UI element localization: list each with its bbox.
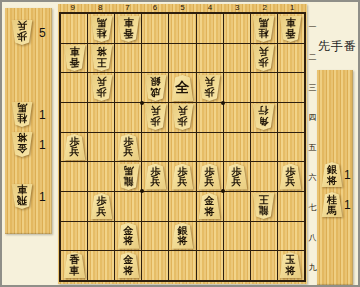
piece-kanji: 兵 — [204, 177, 214, 188]
piece-kanji: 将 — [285, 266, 295, 277]
piece-kanji: 歩 — [17, 31, 27, 42]
shogi-diagram: 歩兵5桂馬1金将1飛車1 987654321 香車桂馬王将歩兵香車龍馬成銀歩兵歩… — [0, 0, 360, 287]
shogi-piece-ginsho[interactable]: 銀将 — [321, 162, 343, 187]
square-54: 歩兵 — [169, 103, 196, 133]
piece-face: 桂馬 — [11, 102, 33, 127]
board-cell[interactable] — [224, 14, 250, 43]
piece-kanji: 兵 — [285, 177, 295, 188]
square-43: 歩兵 — [196, 73, 223, 103]
board-cell[interactable] — [169, 14, 195, 43]
hand-piece-kinsho: 金将 — [11, 132, 33, 157]
piece-kanji: 龍 — [258, 205, 268, 216]
piece-kanji: 王 — [258, 194, 268, 205]
hand-piece-fuhyo: 歩兵 — [11, 20, 33, 45]
board-cell[interactable] — [88, 222, 114, 251]
board-cell[interactable] — [142, 133, 168, 162]
square-27: 龍王 — [250, 191, 277, 221]
square-87: 歩兵 — [88, 191, 115, 221]
board-cell[interactable] — [224, 192, 250, 221]
piece-kanji: 兵 — [231, 177, 241, 188]
board-cell[interactable] — [251, 73, 277, 102]
file-label: 6 — [141, 4, 168, 12]
shogi-piece-fuhyo[interactable]: 歩兵 — [171, 164, 194, 190]
square-11: 香車 — [277, 14, 304, 44]
square-21: 桂馬 — [250, 14, 277, 44]
piece-kanji: 兵 — [204, 76, 214, 87]
piece-kanji: 銀 — [150, 76, 160, 87]
board-cell[interactable] — [61, 222, 87, 251]
sente-hand-tray: 銀将1桂馬1 — [317, 70, 353, 285]
piece-face: 全 — [171, 75, 194, 101]
piece-face: 香車 — [279, 16, 302, 42]
board-cell[interactable] — [224, 103, 250, 132]
piece-kanji: 桂 — [258, 27, 268, 38]
piece-kanji: 兵 — [258, 46, 268, 57]
piece-kanji: 兵 — [96, 76, 106, 87]
square-47: 金将 — [196, 191, 223, 221]
piece-face: 歩兵 — [144, 164, 167, 190]
shogi-piece-narigin[interactable]: 全 — [171, 75, 194, 101]
piece-kanji: 車 — [69, 46, 79, 57]
piece-kanji: 将 — [327, 176, 337, 187]
piece-kanji: 将 — [177, 236, 187, 247]
shogi-piece-keima[interactable]: 桂馬 — [90, 16, 113, 42]
board-cell[interactable] — [61, 162, 87, 191]
square-71: 香車 — [115, 14, 142, 44]
hand-piece-keima: 桂馬 — [11, 102, 33, 127]
piece-kanji: 香 — [285, 27, 295, 38]
shogi-piece-fuhyo[interactable]: 歩兵 — [144, 104, 167, 130]
piece-face: 銀将 — [321, 162, 343, 187]
piece-face: 歩兵 — [63, 134, 86, 160]
square-99: 香車 — [61, 250, 88, 280]
shogi-piece-fuhyo[interactable]: 歩兵 — [252, 45, 275, 71]
board-cell[interactable] — [197, 44, 223, 73]
file-label: 7 — [114, 4, 141, 12]
board-cell[interactable] — [278, 192, 304, 221]
board-cell[interactable] — [224, 251, 250, 280]
board-cell[interactable] — [197, 251, 223, 280]
piece-kanji: 成 — [150, 86, 160, 97]
shogi-piece-kyosha[interactable]: 香車 — [63, 45, 86, 71]
shogi-piece-kinsho[interactable]: 金将 — [11, 132, 33, 157]
board-cell[interactable] — [251, 251, 277, 280]
piece-face: 桂馬 — [90, 16, 113, 42]
board-cell[interactable] — [88, 251, 114, 280]
shogi-piece-ryuma[interactable]: 龍馬 — [117, 164, 140, 190]
hand-count: 1 — [39, 138, 46, 152]
piece-face: 金将 — [198, 193, 221, 219]
piece-kanji: 歩 — [150, 116, 160, 127]
shogi-piece-kyosha[interactable]: 香車 — [279, 16, 302, 42]
piece-kanji: 兵 — [69, 147, 79, 158]
hand-piece-hisha: 飛車 — [11, 184, 33, 209]
piece-face: 歩兵 — [171, 104, 194, 130]
piece-face: 龍馬 — [117, 164, 140, 190]
piece-face: 龍王 — [252, 193, 275, 219]
shogi-piece-fuhyo[interactable]: 歩兵 — [90, 75, 113, 101]
square-53: 全 — [169, 73, 196, 103]
square-16: 歩兵 — [277, 162, 304, 192]
shogi-piece-fuhyo[interactable]: 歩兵 — [171, 104, 194, 130]
board-cell[interactable] — [224, 133, 250, 162]
square-66: 歩兵 — [142, 162, 169, 192]
piece-face: 歩兵 — [225, 164, 248, 190]
piece-face: 歩兵 — [279, 164, 302, 190]
piece-kanji: 馬 — [327, 206, 337, 217]
board-cell[interactable] — [115, 192, 141, 221]
file-labels: 987654321 — [59, 4, 306, 12]
board-cell[interactable] — [278, 133, 304, 162]
shogi-piece-osho[interactable]: 王将 — [90, 45, 113, 71]
board-cell[interactable] — [278, 73, 304, 102]
shogi-piece-ginsho[interactable]: 銀将 — [171, 223, 194, 249]
piece-face: 金将 — [11, 132, 33, 157]
hand-piece-keima: 桂馬 — [321, 192, 343, 217]
board-cell[interactable] — [115, 44, 141, 73]
square-36: 歩兵 — [223, 162, 250, 192]
square-56: 歩兵 — [169, 162, 196, 192]
shogi-piece-fuhyo[interactable]: 歩兵 — [11, 20, 33, 45]
square-19: 玉将 — [277, 250, 304, 280]
turn-indicator: 先手番 — [318, 38, 357, 55]
piece-kanji: 角 — [258, 116, 268, 127]
shogi-piece-keima[interactable]: 桂馬 — [252, 16, 275, 42]
piece-face: 桂馬 — [252, 16, 275, 42]
file-label: 8 — [86, 4, 113, 12]
board-cell[interactable] — [61, 73, 87, 102]
board-cell[interactable] — [88, 103, 114, 132]
piece-face: 玉将 — [279, 252, 302, 278]
board-cell[interactable] — [169, 192, 195, 221]
square-22: 歩兵 — [250, 44, 277, 74]
file-label: 1 — [279, 4, 306, 12]
shogi-piece-narigin[interactable]: 成銀 — [144, 75, 167, 101]
shogi-piece-kakugyo[interactable]: 角行 — [252, 104, 275, 130]
board-cell[interactable] — [61, 192, 87, 221]
shogi-piece-kyosha[interactable]: 香車 — [63, 252, 86, 278]
piece-kanji: 将 — [123, 266, 133, 277]
board-cell[interactable] — [251, 162, 277, 191]
hand-piece-ginsho: 銀将 — [321, 162, 343, 187]
piece-kanji: 馬 — [123, 165, 133, 176]
piece-kanji: 将 — [17, 132, 27, 143]
square-58: 銀将 — [169, 221, 196, 251]
shogi-piece-gyokusho[interactable]: 玉将 — [279, 252, 302, 278]
piece-face: 飛車 — [11, 184, 33, 209]
shogi-piece-fuhyo[interactable]: 歩兵 — [198, 75, 221, 101]
board-cell[interactable] — [224, 222, 250, 251]
shogi-piece-hisha[interactable]: 飛車 — [11, 184, 33, 209]
piece-face: 金将 — [117, 223, 140, 249]
piece-face: 成銀 — [144, 75, 167, 101]
piece-kanji: 馬 — [17, 102, 27, 113]
piece-kanji: 馬 — [96, 17, 106, 28]
square-75: 歩兵 — [115, 132, 142, 162]
hand-count: 5 — [39, 26, 46, 40]
shogi-board: 987654321 香車桂馬王将歩兵香車龍馬成銀歩兵歩兵歩兵桂馬歩兵角行龍王香車… — [58, 4, 307, 284]
board-cell[interactable] — [197, 222, 223, 251]
square-76: 龍馬 — [115, 162, 142, 192]
piece-kanji: 兵 — [96, 207, 106, 218]
board-cell[interactable] — [115, 103, 141, 132]
gote-hand-tray: 歩兵5桂馬1金将1飛車1 — [5, 8, 52, 234]
square-46: 歩兵 — [196, 162, 223, 192]
board-cell[interactable] — [61, 103, 87, 132]
hand-count: 1 — [39, 108, 46, 122]
board-cell[interactable] — [197, 103, 223, 132]
shogi-piece-fuhyo[interactable]: 歩兵 — [117, 134, 140, 160]
piece-kanji: 車 — [285, 17, 295, 28]
square-78: 金将 — [115, 221, 142, 251]
piece-kanji: 桂 — [327, 195, 337, 206]
piece-kanji: 王 — [96, 57, 106, 68]
piece-face: 歩兵 — [171, 164, 194, 190]
piece-face: 金将 — [117, 252, 140, 278]
board-cell[interactable] — [142, 14, 168, 43]
file-label: 4 — [196, 4, 223, 12]
file-label: 2 — [251, 4, 278, 12]
piece-kanji: 兵 — [150, 177, 160, 188]
board-cell[interactable] — [88, 162, 114, 191]
board-cell[interactable] — [197, 133, 223, 162]
board-cell[interactable] — [142, 192, 168, 221]
board-cell[interactable] — [278, 44, 304, 73]
piece-kanji: 将 — [96, 46, 106, 57]
shogi-piece-kinsho[interactable]: 金将 — [198, 193, 221, 219]
square-63: 成銀 — [142, 73, 169, 103]
square-79: 金将 — [115, 250, 142, 280]
shogi-piece-kinsho[interactable]: 金将 — [117, 223, 140, 249]
square-24: 角行 — [250, 103, 277, 133]
board-cell[interactable] — [169, 251, 195, 280]
board-cell[interactable] — [115, 73, 141, 102]
piece-kanji: 金 — [17, 143, 27, 154]
piece-kanji: 車 — [17, 184, 27, 195]
piece-kanji: 歩 — [258, 57, 268, 68]
piece-kanji: 兵 — [177, 105, 187, 116]
piece-face: 角行 — [252, 104, 275, 130]
piece-kanji: 桂 — [17, 113, 27, 124]
shogi-piece-fuhyo[interactable]: 歩兵 — [198, 164, 221, 190]
hand-count: 1 — [39, 190, 46, 204]
file-label: 5 — [169, 4, 196, 12]
piece-face: 桂馬 — [321, 192, 343, 217]
square-83: 歩兵 — [88, 73, 115, 103]
board-grid: 香車桂馬王将歩兵香車龍馬成銀歩兵歩兵歩兵桂馬歩兵角行龍王香車歩兵香車歩兵歩兵金将… — [59, 12, 306, 282]
piece-kanji: 兵 — [123, 147, 133, 158]
board-cell[interactable] — [224, 73, 250, 102]
piece-kanji: 歩 — [204, 86, 214, 97]
shogi-piece-fuhyo[interactable]: 歩兵 — [90, 193, 113, 219]
piece-face: 銀将 — [171, 223, 194, 249]
piece-face: 香車 — [117, 16, 140, 42]
board-cell[interactable] — [251, 133, 277, 162]
shogi-piece-fuhyo[interactable]: 歩兵 — [225, 164, 248, 190]
board-cell[interactable] — [61, 14, 87, 43]
piece-kanji: 飛 — [17, 195, 27, 206]
square-92: 香車 — [61, 44, 88, 74]
piece-kanji: 車 — [69, 266, 79, 277]
piece-face: 香車 — [63, 252, 86, 278]
piece-kanji: 兵 — [177, 177, 187, 188]
piece-face: 歩兵 — [198, 75, 221, 101]
piece-kanji: 行 — [258, 105, 268, 116]
file-label: 9 — [59, 4, 86, 12]
board-cell[interactable] — [278, 222, 304, 251]
shogi-piece-ryuo[interactable]: 龍王 — [252, 193, 275, 219]
piece-face: 歩兵 — [117, 134, 140, 160]
hand-count: 1 — [344, 198, 351, 212]
board-cell[interactable] — [251, 222, 277, 251]
piece-face: 王将 — [90, 45, 113, 71]
piece-kanji: 歩 — [96, 86, 106, 97]
board-cell[interactable] — [169, 133, 195, 162]
piece-face: 歩兵 — [90, 193, 113, 219]
piece-kanji: 馬 — [258, 17, 268, 28]
board-cell[interactable] — [169, 44, 195, 73]
piece-face: 歩兵 — [144, 104, 167, 130]
piece-kanji: 歩 — [177, 116, 187, 127]
piece-kanji: 銀 — [327, 165, 337, 176]
board-cell[interactable] — [224, 44, 250, 73]
square-82: 王将 — [88, 44, 115, 74]
square-95: 歩兵 — [61, 132, 88, 162]
piece-face: 歩兵 — [198, 164, 221, 190]
piece-kanji: 龍 — [123, 175, 133, 186]
hand-count: 1 — [344, 168, 351, 182]
piece-kanji: 将 — [123, 236, 133, 247]
board-cell[interactable] — [197, 14, 223, 43]
shogi-piece-keima[interactable]: 桂馬 — [11, 102, 33, 127]
shogi-piece-fuhyo[interactable]: 歩兵 — [279, 164, 302, 190]
piece-kanji: 兵 — [17, 20, 27, 31]
piece-face: 香車 — [63, 45, 86, 71]
piece-face: 歩兵 — [90, 75, 113, 101]
piece-face: 歩兵 — [11, 20, 33, 45]
shogi-piece-fuhyo[interactable]: 歩兵 — [144, 164, 167, 190]
piece-kanji: 全 — [175, 78, 189, 98]
piece-kanji: 香 — [69, 57, 79, 68]
board-cell[interactable] — [142, 44, 168, 73]
piece-kanji: 車 — [123, 17, 133, 28]
board-cell[interactable] — [88, 133, 114, 162]
file-label: 3 — [224, 4, 251, 12]
shogi-piece-keima[interactable]: 桂馬 — [321, 192, 343, 217]
square-81: 桂馬 — [88, 14, 115, 44]
board-cell[interactable] — [278, 103, 304, 132]
square-64: 歩兵 — [142, 103, 169, 133]
shogi-piece-kinsho[interactable]: 金将 — [117, 252, 140, 278]
board-cell[interactable] — [142, 222, 168, 251]
piece-face: 歩兵 — [252, 45, 275, 71]
piece-kanji: 将 — [204, 207, 214, 218]
piece-kanji: 桂 — [96, 27, 106, 38]
shogi-piece-fuhyo[interactable]: 歩兵 — [63, 134, 86, 160]
piece-kanji: 香 — [123, 27, 133, 38]
piece-kanji: 兵 — [150, 105, 160, 116]
shogi-piece-kyosha[interactable]: 香車 — [117, 16, 140, 42]
board-cell[interactable] — [142, 251, 168, 280]
